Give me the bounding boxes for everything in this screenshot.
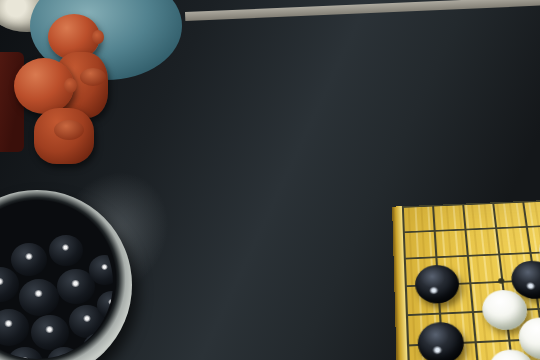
figurine-ear bbox=[92, 30, 104, 44]
bowl-interior bbox=[0, 207, 113, 359]
bowl-stone bbox=[0, 309, 29, 346]
board-grid bbox=[402, 183, 540, 360]
figurine-ear bbox=[64, 78, 77, 93]
figurine-front bbox=[6, 54, 106, 166]
bowl-stone bbox=[0, 267, 19, 302]
table-edge-sliver bbox=[185, 0, 540, 21]
bowl-stone bbox=[31, 315, 69, 350]
figurine-arm bbox=[54, 120, 84, 140]
board-wood-surface bbox=[402, 178, 540, 360]
bowl-stone bbox=[19, 279, 59, 316]
black-stone bbox=[417, 321, 465, 360]
bowl-stone bbox=[11, 243, 47, 276]
bowl-stone bbox=[89, 255, 113, 284]
bowl-stone bbox=[7, 347, 43, 359]
black-stone bbox=[414, 264, 460, 304]
bowl-stone bbox=[83, 333, 113, 359]
go-photo-stage bbox=[0, 0, 540, 360]
star-point bbox=[498, 278, 505, 284]
bowl-stone bbox=[49, 235, 83, 266]
